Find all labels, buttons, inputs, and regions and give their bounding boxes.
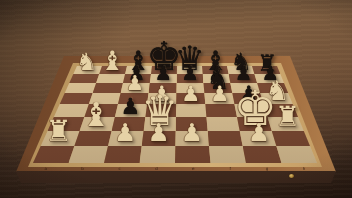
white-pawn-f5: ♟ [210, 83, 229, 104]
white-pawn-e2: ♟ [181, 122, 203, 146]
square-d1 [140, 146, 176, 163]
file-label-c: c [118, 167, 120, 171]
black-pawn-c4: ♟ [121, 95, 141, 117]
white-bishop-b8: ♝ [100, 48, 124, 75]
square-e1 [175, 146, 211, 163]
square-b1 [69, 146, 109, 163]
square-g1 [243, 146, 282, 163]
square-f1 [209, 146, 246, 163]
square-h1 [276, 146, 317, 163]
square-b6 [93, 83, 123, 93]
file-label-g: g [266, 167, 269, 171]
white-rook-a2: ♜ [45, 117, 71, 146]
white-knight-a8: ♞ [76, 51, 97, 75]
brass-latch [289, 174, 294, 178]
square-a6 [65, 83, 96, 93]
white-pawn-c2: ♟ [114, 122, 136, 146]
white-rook-h3: ♜ [275, 104, 300, 132]
chessboard-photo: abcdefgh ♞♝♝♚♛♝♞♜♟♟♟♟♟♟♟♞♟♟♟♟♞♟♝♛♚♜♜♟♟♟♟ [0, 0, 352, 198]
file-label-b: b [81, 167, 84, 171]
white-pawn-e5: ♟ [181, 83, 200, 104]
file-label-h: h [303, 167, 306, 171]
file-label-d: d [155, 167, 158, 171]
file-label-a: a [44, 167, 46, 171]
white-pawn-g2: ♟ [248, 122, 270, 146]
white-bishop-b3: ♝ [81, 99, 111, 132]
square-c1 [104, 146, 142, 163]
white-pawn-d2: ♟ [148, 122, 170, 146]
file-label-f: f [230, 167, 231, 171]
file-label-e: e [192, 167, 194, 171]
